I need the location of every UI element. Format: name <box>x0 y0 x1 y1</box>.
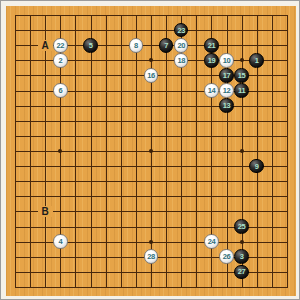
stone-black-1: 1 <box>249 53 264 68</box>
point-label-B: B <box>38 206 53 217</box>
point-label-A: A <box>38 40 53 51</box>
stone-black-15: 15 <box>234 68 249 83</box>
stone-white-2: 2 <box>53 53 68 68</box>
stone-black-9: 9 <box>249 159 264 174</box>
stone-black-27: 27 <box>234 265 249 280</box>
star-point <box>240 149 244 153</box>
stone-white-24: 24 <box>204 234 219 249</box>
star-point <box>240 58 244 62</box>
board-cells: 1234567891011121314151617181920212223242… <box>7 7 294 294</box>
stone-black-21: 21 <box>204 38 219 53</box>
stone-black-23: 23 <box>174 23 189 38</box>
stone-white-16: 16 <box>144 68 159 83</box>
stone-white-10: 10 <box>219 53 234 68</box>
stone-white-14: 14 <box>204 83 219 98</box>
star-point <box>149 58 153 62</box>
stone-white-22: 22 <box>53 38 68 53</box>
stone-black-17: 17 <box>219 68 234 83</box>
stone-white-6: 6 <box>53 83 68 98</box>
stone-white-18: 18 <box>174 53 189 68</box>
star-point <box>149 240 153 244</box>
go-diagram-window: 1234567891011121314151617181920212223242… <box>0 0 300 300</box>
stone-white-8: 8 <box>129 38 144 53</box>
stone-white-26: 26 <box>219 249 234 264</box>
stone-black-25: 25 <box>234 219 249 234</box>
stone-white-4: 4 <box>53 234 68 249</box>
stone-black-19: 19 <box>204 53 219 68</box>
star-point <box>240 240 244 244</box>
goban[interactable]: 1234567891011121314151617181920212223242… <box>6 6 296 296</box>
stone-black-11: 11 <box>234 83 249 98</box>
stone-black-5: 5 <box>83 38 98 53</box>
stone-black-3: 3 <box>234 249 249 264</box>
stone-black-7: 7 <box>159 38 174 53</box>
stone-white-20: 20 <box>174 38 189 53</box>
star-point <box>149 149 153 153</box>
stone-black-13: 13 <box>219 98 234 113</box>
stone-white-12: 12 <box>219 83 234 98</box>
stone-white-28: 28 <box>144 249 159 264</box>
star-point <box>58 149 62 153</box>
